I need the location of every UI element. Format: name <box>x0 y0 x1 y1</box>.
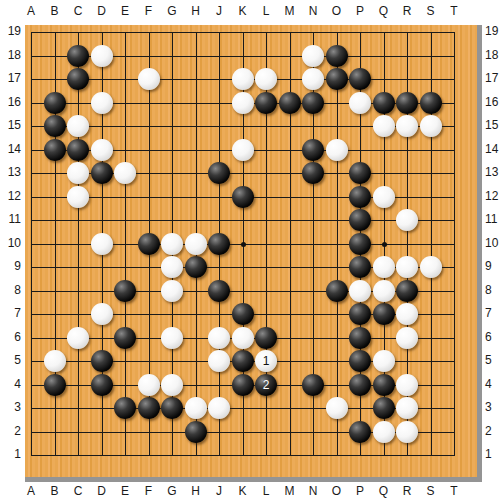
stone-white-c13[interactable] <box>67 162 89 184</box>
stone-white-q2[interactable] <box>373 421 395 443</box>
stone-white-d14[interactable] <box>91 139 113 161</box>
move-number-label: 1 <box>263 350 270 372</box>
row-label: 11 <box>1 212 21 227</box>
column-label: P <box>351 4 369 19</box>
column-label: B <box>46 484 64 499</box>
row-label: 6 <box>1 330 21 345</box>
row-label: 4 <box>485 377 500 392</box>
stone-black-q7[interactable] <box>373 303 395 325</box>
stone-white-r3[interactable] <box>396 397 418 419</box>
row-label: 12 <box>1 189 21 204</box>
stone-white-k14[interactable] <box>232 139 254 161</box>
stone-black-q16[interactable] <box>373 92 395 114</box>
row-label: 16 <box>1 95 21 110</box>
column-label: S <box>422 4 440 19</box>
row-label: 3 <box>1 400 21 415</box>
stone-black-k5[interactable] <box>232 350 254 372</box>
stone-white-s9[interactable] <box>420 256 442 278</box>
row-label: 7 <box>485 306 500 321</box>
row-label: 3 <box>485 400 500 415</box>
stone-white-f17[interactable] <box>138 68 160 90</box>
stone-black-e6[interactable] <box>114 327 136 349</box>
stone-black-n4[interactable] <box>302 374 324 396</box>
stone-white-r15[interactable] <box>396 115 418 137</box>
column-label: T <box>445 484 463 499</box>
stone-white-l5[interactable]: 1 <box>255 350 277 372</box>
stone-white-n18[interactable] <box>302 45 324 67</box>
stone-white-q12[interactable] <box>373 186 395 208</box>
stone-white-d10[interactable] <box>91 233 113 255</box>
stone-white-g8[interactable] <box>161 280 183 302</box>
row-label: 13 <box>1 165 21 180</box>
column-label: L <box>257 4 275 19</box>
stone-black-n16[interactable] <box>302 92 324 114</box>
row-label: 16 <box>485 95 500 110</box>
row-label: 1 <box>485 447 500 462</box>
stone-black-o17[interactable] <box>326 68 348 90</box>
row-label: 18 <box>1 48 21 63</box>
stone-black-b4[interactable] <box>44 374 66 396</box>
stone-black-q4[interactable] <box>373 374 395 396</box>
column-label: G <box>163 4 181 19</box>
stone-white-e13[interactable] <box>114 162 136 184</box>
column-label: M <box>281 484 299 499</box>
stone-white-g4[interactable] <box>161 374 183 396</box>
column-label: S <box>422 484 440 499</box>
column-label: Q <box>375 4 393 19</box>
stone-white-r7[interactable] <box>396 303 418 325</box>
stone-black-n13[interactable] <box>302 162 324 184</box>
stone-black-c17[interactable] <box>67 68 89 90</box>
column-label: A <box>22 4 40 19</box>
stone-white-r6[interactable] <box>396 327 418 349</box>
grid-hline <box>31 455 455 456</box>
stone-white-q5[interactable] <box>373 350 395 372</box>
stone-black-n14[interactable] <box>302 139 324 161</box>
row-label: 18 <box>485 48 500 63</box>
stone-white-g10[interactable] <box>161 233 183 255</box>
stone-white-l17[interactable] <box>255 68 277 90</box>
stone-black-p11[interactable] <box>349 209 371 231</box>
stone-white-j3[interactable] <box>208 397 230 419</box>
stone-black-m16[interactable] <box>279 92 301 114</box>
stone-white-h3[interactable] <box>185 397 207 419</box>
column-label: O <box>328 4 346 19</box>
column-label: P <box>351 484 369 499</box>
row-label: 17 <box>1 71 21 86</box>
row-label: 1 <box>1 447 21 462</box>
column-label: H <box>187 4 205 19</box>
column-label: F <box>140 484 158 499</box>
stone-white-d16[interactable] <box>91 92 113 114</box>
stone-white-r2[interactable] <box>396 421 418 443</box>
stone-black-b15[interactable] <box>44 115 66 137</box>
column-label: Q <box>375 484 393 499</box>
row-label: 8 <box>1 283 21 298</box>
stone-black-j10[interactable] <box>208 233 230 255</box>
stone-black-d5[interactable] <box>91 350 113 372</box>
stone-black-p13[interactable] <box>349 162 371 184</box>
row-label: 13 <box>485 165 500 180</box>
stone-white-d7[interactable] <box>91 303 113 325</box>
column-label: M <box>281 4 299 19</box>
column-label: E <box>116 484 134 499</box>
stone-black-r16[interactable] <box>396 92 418 114</box>
stone-white-o3[interactable] <box>326 397 348 419</box>
stone-white-r9[interactable] <box>396 256 418 278</box>
stone-black-o18[interactable] <box>326 45 348 67</box>
row-label: 6 <box>485 330 500 345</box>
row-label: 10 <box>485 236 500 251</box>
stone-white-f4[interactable] <box>138 374 160 396</box>
stone-white-b5[interactable] <box>44 350 66 372</box>
column-label: N <box>304 4 322 19</box>
stone-white-k17[interactable] <box>232 68 254 90</box>
column-label: J <box>210 4 228 19</box>
stone-white-p8[interactable] <box>349 280 371 302</box>
column-label: R <box>398 4 416 19</box>
column-label: C <box>69 484 87 499</box>
stone-black-e8[interactable] <box>114 280 136 302</box>
stone-black-o8[interactable] <box>326 280 348 302</box>
row-label: 9 <box>1 259 21 274</box>
column-label: B <box>46 4 64 19</box>
column-label: T <box>445 4 463 19</box>
column-label: E <box>116 4 134 19</box>
column-label: A <box>22 484 40 499</box>
stone-white-d18[interactable] <box>91 45 113 67</box>
stone-black-p12[interactable] <box>349 186 371 208</box>
stone-white-n17[interactable] <box>302 68 324 90</box>
stone-white-c12[interactable] <box>67 186 89 208</box>
row-label: 19 <box>485 24 500 39</box>
stone-black-c14[interactable] <box>67 139 89 161</box>
column-label: N <box>304 484 322 499</box>
row-label: 7 <box>1 306 21 321</box>
row-label: 11 <box>485 212 500 227</box>
stone-black-k12[interactable] <box>232 186 254 208</box>
move-number-label: 2 <box>263 374 270 396</box>
grid-vline <box>337 32 338 456</box>
column-label: K <box>234 4 252 19</box>
stone-white-r11[interactable] <box>396 209 418 231</box>
stone-black-l16[interactable] <box>255 92 277 114</box>
stone-white-q9[interactable] <box>373 256 395 278</box>
stone-black-j13[interactable] <box>208 162 230 184</box>
stone-white-c15[interactable] <box>67 115 89 137</box>
column-label: O <box>328 484 346 499</box>
row-label: 9 <box>485 259 500 274</box>
column-label: J <box>210 484 228 499</box>
stone-black-b14[interactable] <box>44 139 66 161</box>
stone-white-p16[interactable] <box>349 92 371 114</box>
row-label: 19 <box>1 24 21 39</box>
column-label: D <box>93 484 111 499</box>
stone-white-j6[interactable] <box>208 327 230 349</box>
stone-black-f3[interactable] <box>138 397 160 419</box>
stone-white-o14[interactable] <box>326 139 348 161</box>
stone-black-p9[interactable] <box>349 256 371 278</box>
stone-black-h9[interactable] <box>185 256 207 278</box>
stone-white-k6[interactable] <box>232 327 254 349</box>
stone-white-r4[interactable] <box>396 374 418 396</box>
stone-black-f10[interactable] <box>138 233 160 255</box>
row-label: 5 <box>1 353 21 368</box>
stone-white-c6[interactable] <box>67 327 89 349</box>
column-label: K <box>234 484 252 499</box>
row-label: 4 <box>1 377 21 392</box>
stone-black-k4[interactable] <box>232 374 254 396</box>
stone-white-q15[interactable] <box>373 115 395 137</box>
row-label: 5 <box>485 353 500 368</box>
stone-black-p2[interactable] <box>349 421 371 443</box>
stone-black-b16[interactable] <box>44 92 66 114</box>
row-label: 17 <box>485 71 500 86</box>
stone-white-j5[interactable] <box>208 350 230 372</box>
stone-black-p4[interactable] <box>349 374 371 396</box>
stone-black-d4[interactable] <box>91 374 113 396</box>
row-label: 2 <box>485 424 500 439</box>
stone-black-e3[interactable] <box>114 397 136 419</box>
stone-black-q3[interactable] <box>373 397 395 419</box>
stone-white-s15[interactable] <box>420 115 442 137</box>
stone-white-h10[interactable] <box>185 233 207 255</box>
stone-black-p6[interactable] <box>349 327 371 349</box>
column-label: R <box>398 484 416 499</box>
stone-black-c18[interactable] <box>67 45 89 67</box>
stone-black-l6[interactable] <box>255 327 277 349</box>
stone-black-g3[interactable] <box>161 397 183 419</box>
stone-white-g9[interactable] <box>161 256 183 278</box>
column-label: C <box>69 4 87 19</box>
star-point <box>382 242 387 247</box>
grid-vline <box>454 32 455 456</box>
stone-white-q8[interactable] <box>373 280 395 302</box>
column-label: G <box>163 484 181 499</box>
column-label: L <box>257 484 275 499</box>
column-label: F <box>140 4 158 19</box>
row-label: 15 <box>485 118 500 133</box>
row-label: 15 <box>1 118 21 133</box>
goban: 21 <box>25 25 482 482</box>
column-label: H <box>187 484 205 499</box>
row-label: 14 <box>1 142 21 157</box>
stone-black-h2[interactable] <box>185 421 207 443</box>
row-label: 2 <box>1 424 21 439</box>
row-label: 14 <box>485 142 500 157</box>
stone-black-s16[interactable] <box>420 92 442 114</box>
row-label: 12 <box>485 189 500 204</box>
go-board-screenshot: ABCDEFGHJKLMNOPQRST ABCDEFGHJKLMNOPQRST … <box>0 0 500 500</box>
stone-white-k16[interactable] <box>232 92 254 114</box>
star-point <box>241 242 246 247</box>
stone-black-d13[interactable] <box>91 162 113 184</box>
stone-black-p5[interactable] <box>349 350 371 372</box>
stone-black-k7[interactable] <box>232 303 254 325</box>
column-label: D <box>93 4 111 19</box>
row-label: 8 <box>485 283 500 298</box>
stone-white-g6[interactable] <box>161 327 183 349</box>
stone-black-j8[interactable] <box>208 280 230 302</box>
stone-black-p17[interactable] <box>349 68 371 90</box>
stone-black-r8[interactable] <box>396 280 418 302</box>
stone-black-p10[interactable] <box>349 233 371 255</box>
row-label: 10 <box>1 236 21 251</box>
stone-black-p7[interactable] <box>349 303 371 325</box>
stone-black-l4[interactable]: 2 <box>255 374 277 396</box>
